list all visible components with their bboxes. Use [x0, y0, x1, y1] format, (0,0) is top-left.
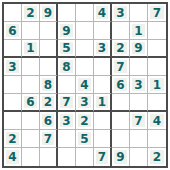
sudoku-cell-r9c6[interactable]: 7 — [94, 148, 112, 166]
sudoku-cell-r6c2[interactable]: 6 — [22, 94, 40, 112]
sudoku-cell-r8c2[interactable] — [22, 130, 40, 148]
sudoku-cell-r9c5[interactable] — [76, 148, 94, 166]
sudoku-cell-r2c5[interactable] — [76, 22, 94, 40]
sudoku-board: 29437691153293878463162731632742754792 — [2, 2, 168, 168]
sudoku-cell-r7c6[interactable] — [94, 112, 112, 130]
sudoku-cell-r2c1[interactable]: 6 — [4, 22, 22, 40]
sudoku-cell-r7c5[interactable]: 2 — [76, 112, 94, 130]
sudoku-cell-r4c4[interactable]: 8 — [58, 58, 76, 76]
sudoku-cell-r9c4[interactable] — [58, 148, 76, 166]
sudoku-cell-r6c5[interactable]: 3 — [76, 94, 94, 112]
sudoku-cell-r2c2[interactable] — [22, 22, 40, 40]
sudoku-cell-r4c2[interactable] — [22, 58, 40, 76]
sudoku-cell-r1c3[interactable]: 9 — [40, 4, 58, 22]
sudoku-cell-r8c9[interactable] — [148, 130, 166, 148]
sudoku-cell-r6c6[interactable]: 1 — [94, 94, 112, 112]
sudoku-cell-r5c5[interactable]: 4 — [76, 76, 94, 94]
sudoku-cell-r3c1[interactable] — [4, 40, 22, 58]
sudoku-cell-r2c6[interactable] — [94, 22, 112, 40]
sudoku-cell-r4c7[interactable]: 7 — [112, 58, 130, 76]
sudoku-cell-r7c2[interactable] — [22, 112, 40, 130]
sudoku-cell-r3c9[interactable] — [148, 40, 166, 58]
sudoku-cell-r9c1[interactable]: 4 — [4, 148, 22, 166]
sudoku-cell-r4c9[interactable] — [148, 58, 166, 76]
sudoku-cell-r5c3[interactable]: 8 — [40, 76, 58, 94]
sudoku-cell-r9c9[interactable]: 2 — [148, 148, 166, 166]
sudoku-cell-r6c9[interactable] — [148, 94, 166, 112]
sudoku-cell-r8c5[interactable]: 5 — [76, 130, 94, 148]
sudoku-cell-r3c4[interactable]: 5 — [58, 40, 76, 58]
sudoku-cell-r5c2[interactable] — [22, 76, 40, 94]
sudoku-cell-r8c8[interactable] — [130, 130, 148, 148]
sudoku-cell-r1c6[interactable]: 4 — [94, 4, 112, 22]
sudoku-cell-r7c8[interactable]: 7 — [130, 112, 148, 130]
sudoku-cell-r4c1[interactable]: 3 — [4, 58, 22, 76]
sudoku-cell-r6c8[interactable] — [130, 94, 148, 112]
sudoku-cell-r7c1[interactable] — [4, 112, 22, 130]
sudoku-cell-r6c4[interactable]: 7 — [58, 94, 76, 112]
sudoku-cell-r8c4[interactable] — [58, 130, 76, 148]
sudoku-cell-r3c5[interactable] — [76, 40, 94, 58]
sudoku-cell-r5c1[interactable] — [4, 76, 22, 94]
sudoku-cell-r5c8[interactable]: 3 — [130, 76, 148, 94]
sudoku-cell-r7c3[interactable]: 6 — [40, 112, 58, 130]
sudoku-cell-r5c6[interactable] — [94, 76, 112, 94]
sudoku-cell-r6c3[interactable]: 2 — [40, 94, 58, 112]
sudoku-cell-r1c5[interactable] — [76, 4, 94, 22]
sudoku-cell-r3c6[interactable]: 3 — [94, 40, 112, 58]
sudoku-cell-r4c8[interactable] — [130, 58, 148, 76]
sudoku-cell-r4c5[interactable] — [76, 58, 94, 76]
sudoku-cell-r7c9[interactable]: 4 — [148, 112, 166, 130]
sudoku-cell-r8c6[interactable] — [94, 130, 112, 148]
sudoku-cell-r4c6[interactable] — [94, 58, 112, 76]
sudoku-cell-r1c4[interactable] — [58, 4, 76, 22]
sudoku-cell-r5c9[interactable]: 1 — [148, 76, 166, 94]
sudoku-cell-r2c7[interactable] — [112, 22, 130, 40]
sudoku-cell-r9c2[interactable] — [22, 148, 40, 166]
sudoku-cell-r8c7[interactable] — [112, 130, 130, 148]
sudoku-cell-r1c7[interactable]: 3 — [112, 4, 130, 22]
sudoku-cell-r5c4[interactable] — [58, 76, 76, 94]
sudoku-cell-r7c7[interactable] — [112, 112, 130, 130]
sudoku-cell-r2c4[interactable]: 9 — [58, 22, 76, 40]
sudoku-cell-r3c2[interactable]: 1 — [22, 40, 40, 58]
sudoku-cell-r7c4[interactable]: 3 — [58, 112, 76, 130]
sudoku-cell-r9c3[interactable] — [40, 148, 58, 166]
sudoku-cell-r8c1[interactable]: 2 — [4, 130, 22, 148]
sudoku-cell-r8c3[interactable]: 7 — [40, 130, 58, 148]
sudoku-cell-r5c7[interactable]: 6 — [112, 76, 130, 94]
sudoku-widget: 29437691153293878463162731632742754792 — [0, 0, 170, 170]
sudoku-cell-r1c1[interactable] — [4, 4, 22, 22]
sudoku-cell-r6c7[interactable] — [112, 94, 130, 112]
sudoku-cell-r2c3[interactable] — [40, 22, 58, 40]
sudoku-cell-r9c8[interactable] — [130, 148, 148, 166]
sudoku-cell-r1c8[interactable] — [130, 4, 148, 22]
sudoku-cell-r3c3[interactable] — [40, 40, 58, 58]
sudoku-cell-r4c3[interactable] — [40, 58, 58, 76]
sudoku-cell-r2c8[interactable]: 1 — [130, 22, 148, 40]
sudoku-cell-r1c9[interactable]: 7 — [148, 4, 166, 22]
sudoku-cell-r3c7[interactable]: 2 — [112, 40, 130, 58]
sudoku-cell-r6c1[interactable] — [4, 94, 22, 112]
sudoku-cell-r9c7[interactable]: 9 — [112, 148, 130, 166]
sudoku-cell-r2c9[interactable] — [148, 22, 166, 40]
sudoku-cell-r1c2[interactable]: 2 — [22, 4, 40, 22]
sudoku-cell-r3c8[interactable]: 9 — [130, 40, 148, 58]
